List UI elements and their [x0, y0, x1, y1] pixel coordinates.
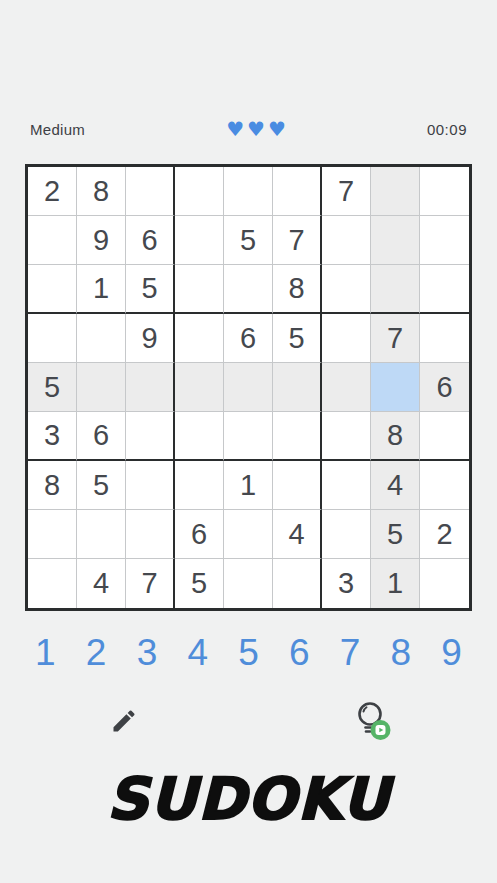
cell-r7c1[interactable]: 8 — [28, 461, 77, 510]
cell-r7c4[interactable] — [175, 461, 224, 510]
cell-r2c4[interactable] — [175, 216, 224, 265]
cell-r1c9[interactable] — [420, 167, 469, 216]
numpad-8[interactable]: 8 — [375, 633, 426, 673]
cell-r3c7[interactable] — [322, 265, 371, 314]
cell-r3c1[interactable] — [28, 265, 77, 314]
numpad-6[interactable]: 6 — [274, 633, 325, 673]
cell-r8c1[interactable] — [28, 510, 77, 559]
cell-r2c5[interactable]: 5 — [224, 216, 273, 265]
cell-r6c6[interactable] — [273, 412, 322, 461]
cell-r5c1[interactable]: 5 — [28, 363, 77, 412]
heart-icon: ♥ — [268, 119, 286, 139]
cell-r9c1[interactable] — [28, 559, 77, 608]
cell-r7c5[interactable]: 1 — [224, 461, 273, 510]
cell-r4c7[interactable] — [322, 314, 371, 363]
numpad-4[interactable]: 4 — [172, 633, 223, 673]
cell-r5c3[interactable] — [126, 363, 175, 412]
cell-r2c2[interactable]: 9 — [77, 216, 126, 265]
cell-r5c2[interactable] — [77, 363, 126, 412]
cell-r3c3[interactable]: 5 — [126, 265, 175, 314]
cell-r8c8[interactable]: 5 — [371, 510, 420, 559]
app-logo: SUDOKU — [0, 767, 497, 831]
heart-icon: ♥ — [226, 119, 244, 139]
cell-r8c4[interactable]: 6 — [175, 510, 224, 559]
cell-r6c3[interactable] — [126, 412, 175, 461]
cell-r7c9[interactable] — [420, 461, 469, 510]
timer: 00:09 — [427, 121, 467, 138]
cell-r8c5[interactable] — [224, 510, 273, 559]
cell-r1c5[interactable] — [224, 167, 273, 216]
cell-r4c3[interactable]: 9 — [126, 314, 175, 363]
top-bar: Medium ♥♥♥ 00:09 — [30, 118, 467, 140]
cell-r9c9[interactable] — [420, 559, 469, 608]
cell-r9c3[interactable]: 7 — [126, 559, 175, 608]
cell-r7c6[interactable] — [273, 461, 322, 510]
cell-r2c1[interactable] — [28, 216, 77, 265]
cell-r1c7[interactable]: 7 — [322, 167, 371, 216]
cell-r1c1[interactable]: 2 — [28, 167, 77, 216]
cell-r4c8[interactable]: 7 — [371, 314, 420, 363]
cell-r3c8[interactable] — [371, 265, 420, 314]
cell-r3c4[interactable] — [175, 265, 224, 314]
cell-r1c6[interactable] — [273, 167, 322, 216]
cell-r3c6[interactable]: 8 — [273, 265, 322, 314]
cell-r7c7[interactable] — [322, 461, 371, 510]
pencil-button[interactable] — [102, 699, 146, 743]
cell-r6c2[interactable]: 6 — [77, 412, 126, 461]
heart-icon: ♥ — [247, 119, 265, 139]
cell-r2c8[interactable] — [371, 216, 420, 265]
cell-r5c4[interactable] — [175, 363, 224, 412]
pencil-icon — [110, 707, 138, 735]
cell-r3c9[interactable] — [420, 265, 469, 314]
cell-r6c4[interactable] — [175, 412, 224, 461]
cell-r7c2[interactable]: 5 — [77, 461, 126, 510]
cell-r9c2[interactable]: 4 — [77, 559, 126, 608]
cell-r8c7[interactable] — [322, 510, 371, 559]
cell-r9c5[interactable] — [224, 559, 273, 608]
numpad-1[interactable]: 1 — [20, 633, 71, 673]
cell-r9c8[interactable]: 1 — [371, 559, 420, 608]
numpad: 123456789 — [20, 633, 477, 673]
cell-r6c8[interactable]: 8 — [371, 412, 420, 461]
cell-r4c9[interactable] — [420, 314, 469, 363]
cell-r5c8[interactable] — [371, 363, 420, 412]
cell-r9c4[interactable]: 5 — [175, 559, 224, 608]
cell-r3c5[interactable] — [224, 265, 273, 314]
cell-r5c5[interactable] — [224, 363, 273, 412]
cell-r7c8[interactable]: 4 — [371, 461, 420, 510]
cell-r1c8[interactable] — [371, 167, 420, 216]
cell-r5c7[interactable] — [322, 363, 371, 412]
cell-r6c9[interactable] — [420, 412, 469, 461]
cell-r4c5[interactable]: 6 — [224, 314, 273, 363]
cell-r4c6[interactable]: 5 — [273, 314, 322, 363]
cell-r6c7[interactable] — [322, 412, 371, 461]
cell-r8c6[interactable]: 4 — [273, 510, 322, 559]
cell-r8c9[interactable]: 2 — [420, 510, 469, 559]
tools-row — [0, 699, 497, 743]
difficulty-label: Medium — [30, 121, 85, 138]
cell-r9c7[interactable]: 3 — [322, 559, 371, 608]
cell-r8c2[interactable] — [77, 510, 126, 559]
cell-r4c4[interactable] — [175, 314, 224, 363]
numpad-2[interactable]: 2 — [71, 633, 122, 673]
cell-r8c3[interactable] — [126, 510, 175, 559]
cell-r5c6[interactable] — [273, 363, 322, 412]
hearts: ♥♥♥ — [226, 119, 286, 139]
sudoku-board: 28796571589657563688514645247531 — [25, 164, 472, 611]
cell-r7c3[interactable] — [126, 461, 175, 510]
cell-r4c1[interactable] — [28, 314, 77, 363]
cell-r9c6[interactable] — [273, 559, 322, 608]
cell-r2c6[interactable]: 7 — [273, 216, 322, 265]
hint-button[interactable] — [351, 699, 395, 743]
numpad-5[interactable]: 5 — [223, 633, 274, 673]
cell-r6c5[interactable] — [224, 412, 273, 461]
numpad-3[interactable]: 3 — [122, 633, 173, 673]
numpad-7[interactable]: 7 — [325, 633, 376, 673]
cell-r3c2[interactable]: 1 — [77, 265, 126, 314]
cell-r2c3[interactable]: 6 — [126, 216, 175, 265]
cell-r6c1[interactable]: 3 — [28, 412, 77, 461]
cell-r2c9[interactable] — [420, 216, 469, 265]
hint-video-icon — [354, 700, 392, 742]
cell-r1c3[interactable] — [126, 167, 175, 216]
cell-r5c9[interactable]: 6 — [420, 363, 469, 412]
cell-r1c2[interactable]: 8 — [77, 167, 126, 216]
numpad-9[interactable]: 9 — [426, 633, 477, 673]
cell-r4c2[interactable] — [77, 314, 126, 363]
cell-r2c7[interactable] — [322, 216, 371, 265]
cell-r1c4[interactable] — [175, 167, 224, 216]
